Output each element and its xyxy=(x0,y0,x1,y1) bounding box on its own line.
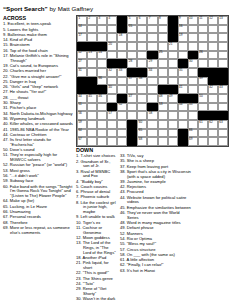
black-cell xyxy=(178,129,188,138)
black-cell xyxy=(178,59,188,68)
black-cell xyxy=(218,111,228,120)
grid-cell-r15c10[interactable] xyxy=(168,137,178,146)
cell-number: 34 xyxy=(149,69,152,72)
grid-cell-r10c3[interactable]: 46 xyxy=(97,94,107,103)
grid-cell-r15c3[interactable] xyxy=(97,137,107,146)
cell-number: 66 xyxy=(189,129,192,132)
grid-cell-r4c4[interactable]: 20 xyxy=(107,42,117,51)
grid-cell-r3c6[interactable] xyxy=(127,33,137,42)
grid-cell-r7c5[interactable]: 33 xyxy=(117,68,127,77)
grid-cell-r3c7[interactable] xyxy=(137,33,147,42)
grid-cell-r3c13[interactable] xyxy=(198,33,208,42)
grid-cell-r6c6[interactable]: 28 xyxy=(127,59,137,68)
cell-number: 68 xyxy=(139,138,142,141)
grid-cell-r8c10[interactable] xyxy=(168,77,178,86)
grid-cell-r8c5[interactable] xyxy=(117,77,127,86)
grid-cell-r14c5[interactable] xyxy=(117,129,127,138)
grid-cell-r2c7[interactable] xyxy=(137,25,147,34)
black-cell xyxy=(208,68,218,77)
cell-number: 18 xyxy=(119,34,122,37)
grid-cell-r1c8[interactable]: 7 xyxy=(147,16,157,25)
cell-number: 14 xyxy=(78,25,81,28)
grid-cell-r13c8[interactable] xyxy=(147,120,157,129)
grid-cell-r3c12[interactable] xyxy=(188,33,198,42)
grid-cell-r10c4[interactable] xyxy=(107,94,117,103)
grid-cell-r12c8[interactable]: 58 xyxy=(147,111,157,120)
grid-cell-r4c15[interactable] xyxy=(218,42,228,51)
cell-number: 36 xyxy=(99,77,102,80)
grid-cell-r15c13[interactable] xyxy=(198,137,208,146)
grid-cell-r6c3[interactable] xyxy=(97,59,107,68)
grid-cell-r5c9[interactable]: 25 xyxy=(158,51,168,60)
grid-cell-r5c13[interactable]: 26 xyxy=(198,51,208,60)
cell-number: 17 xyxy=(78,34,81,37)
across-clue-60: 60. Fake band with the songs "Tonight I'… xyxy=(3,185,73,199)
grid-cell-r4c12[interactable] xyxy=(188,42,198,51)
cell-number: 26 xyxy=(199,51,202,54)
grid-cell-r15c9[interactable] xyxy=(158,137,168,146)
cell-number: 12 xyxy=(209,17,212,20)
cell-number: 43 xyxy=(219,86,222,89)
grid-cell-r10c6[interactable]: 47 xyxy=(127,94,137,103)
black-cell xyxy=(188,51,198,60)
grid-cell-r14c2[interactable] xyxy=(87,129,97,138)
grid-cell-r1c1[interactable]: 1 xyxy=(77,16,87,25)
grid-cell-r12c1[interactable]: 56 xyxy=(77,111,87,120)
crossword-grid: 1234567891011121314151617181920212223242… xyxy=(76,15,229,147)
grid-cell-r1c2[interactable]: 2 xyxy=(87,16,97,25)
grid-cell-r1c14[interactable]: 12 xyxy=(208,16,218,25)
grid-cell-r5c15[interactable] xyxy=(218,51,228,60)
grid-cell-r13c13[interactable]: 61 xyxy=(198,120,208,129)
grid-cell-r11c1[interactable]: 51 xyxy=(77,103,87,112)
grid-cell-r12c5[interactable] xyxy=(117,111,127,120)
grid-cell-r7c11[interactable]: 35 xyxy=(178,68,188,77)
cell-number: 11 xyxy=(199,17,202,20)
cell-number: 67 xyxy=(78,138,81,141)
grid-cell-r8c8[interactable] xyxy=(147,77,157,86)
cell-number: 6 xyxy=(139,17,141,20)
black-cell xyxy=(218,68,228,77)
black-cell xyxy=(77,77,87,86)
cell-number: 45 xyxy=(88,95,91,98)
grid-cell-r2c8[interactable] xyxy=(147,25,157,34)
grid-cell-r10c1[interactable]: 44 xyxy=(77,94,87,103)
grid-cell-r12c6[interactable] xyxy=(127,111,137,120)
cell-number: 54 xyxy=(179,103,182,106)
cell-number: 48 xyxy=(159,95,162,98)
grid-cell-r15c8[interactable] xyxy=(147,137,157,146)
grid-cell-r6c7[interactable] xyxy=(137,59,147,68)
grid-cell-r6c1[interactable]: 27 xyxy=(77,59,87,68)
cell-number: 35 xyxy=(179,69,182,72)
cell-number: 31 xyxy=(78,69,81,72)
black-cell xyxy=(168,16,178,25)
grid-cell-r11c3[interactable] xyxy=(97,103,107,112)
cell-number: 1 xyxy=(78,17,80,20)
cell-number: 23 xyxy=(88,51,91,54)
grid-cell-r1c13[interactable]: 11 xyxy=(198,16,208,25)
grid-cell-r5c6[interactable] xyxy=(127,51,137,60)
down-clue-13: 13. The Lord of the Rings, in "The Lord … xyxy=(76,241,117,255)
grid-cell-r5c11[interactable] xyxy=(178,51,188,60)
black-cell xyxy=(87,77,97,86)
grid-cell-r14c9[interactable] xyxy=(158,129,168,138)
cell-number: 22 xyxy=(78,51,81,54)
grid-cell-r9c12[interactable] xyxy=(188,85,198,94)
grid-cell-r5c3[interactable]: 24 xyxy=(97,51,107,60)
grid-cell-r4c6[interactable] xyxy=(127,42,137,51)
grid-cell-r3c5[interactable]: 18 xyxy=(117,33,127,42)
grid-cell-r10c10[interactable]: 49 xyxy=(168,94,178,103)
grid-cell-r13c3[interactable] xyxy=(97,120,107,129)
grid-cell-r4c5[interactable] xyxy=(117,42,127,51)
grid-cell-r12c11[interactable] xyxy=(178,111,188,120)
black-cell xyxy=(77,42,87,51)
grid-cell-r8c13[interactable]: 39 xyxy=(198,77,208,86)
cell-number: 47 xyxy=(129,95,132,98)
grid-cell-r3c2[interactable] xyxy=(87,33,97,42)
grid-cell-r6c13[interactable] xyxy=(198,59,208,68)
down-clue-44: 44. Website known for political satire v… xyxy=(120,196,192,205)
puzzle-byline: by Matt Gaffney xyxy=(48,5,93,12)
cell-number: 19 xyxy=(179,34,182,37)
grid-cell-r9c8[interactable] xyxy=(147,85,157,94)
grid-cell-r13c5[interactable] xyxy=(117,120,127,129)
grid-cell-r15c1[interactable]: 67 xyxy=(77,137,87,146)
cell-number: 57 xyxy=(109,112,112,115)
cell-number: 20 xyxy=(109,43,112,46)
cell-number: 39 xyxy=(199,77,202,80)
grid-cell-r14c3[interactable] xyxy=(97,129,107,138)
grid-cell-r4c9[interactable] xyxy=(158,42,168,51)
cell-number: 69 xyxy=(189,138,192,141)
grid-cell-r1c7[interactable]: 6 xyxy=(137,16,147,25)
grid-cell-r9c11[interactable]: 41 xyxy=(178,85,188,94)
grid-cell-r2c3[interactable] xyxy=(97,25,107,34)
black-cell xyxy=(208,77,218,86)
grid-cell-r11c7[interactable] xyxy=(137,103,147,112)
cell-number: 38 xyxy=(139,77,142,80)
cell-number: 61 xyxy=(199,121,202,124)
cell-number: 52 xyxy=(119,103,122,106)
grid-cell-r7c9[interactable] xyxy=(158,68,168,77)
across-header: ACROSS xyxy=(3,16,73,21)
black-cell xyxy=(107,103,117,112)
across-clue-51: 51. They're especially high for MGWCC so… xyxy=(3,153,73,162)
black-cell xyxy=(198,111,208,120)
grid-cell-r11c15[interactable] xyxy=(218,103,228,112)
grid-cell-r13c14[interactable]: 62 xyxy=(208,120,218,129)
grid-cell-r15c2[interactable] xyxy=(87,137,97,146)
grid-cell-r10c7[interactable] xyxy=(137,94,147,103)
cell-number: 40 xyxy=(109,86,112,89)
grid-cell-r4c13[interactable] xyxy=(198,42,208,51)
cell-number: 49 xyxy=(169,95,172,98)
grid-cell-r5c1[interactable]: 22 xyxy=(77,51,87,60)
grid-cell-r11c10[interactable] xyxy=(168,103,178,112)
cell-number: 58 xyxy=(149,112,152,115)
grid-cell-r11c5[interactable]: 52 xyxy=(117,103,127,112)
grid-cell-r8c7[interactable]: 38 xyxy=(137,77,147,86)
grid-cell-r3c8[interactable] xyxy=(147,33,157,42)
grid-cell-r2c11[interactable]: 16 xyxy=(178,25,188,34)
grid-cell-r2c14[interactable] xyxy=(208,25,218,34)
grid-cell-r11c14[interactable] xyxy=(208,103,218,112)
grid-cell-r9c14[interactable]: 42 xyxy=(208,85,218,94)
grid-cell-r1c12[interactable]: 10 xyxy=(188,16,198,25)
grid-cell-r11c6[interactable] xyxy=(127,103,137,112)
grid-cell-r14c15[interactable] xyxy=(218,129,228,138)
grid-cell-r14c13[interactable] xyxy=(198,129,208,138)
grid-cell-r2c4[interactable] xyxy=(107,25,117,34)
grid-cell-r15c7[interactable]: 68 xyxy=(137,137,147,146)
grid-cell-r13c4[interactable] xyxy=(107,120,117,129)
grid-cell-r12c10[interactable] xyxy=(168,111,178,120)
grid-cell-r11c2[interactable] xyxy=(87,103,97,112)
cell-number: 13 xyxy=(219,17,222,20)
across-clue-47: 47. Its first letter stands for "Escheri… xyxy=(3,138,73,147)
black-cell xyxy=(117,16,127,25)
grid-cell-r2c1[interactable]: 14 xyxy=(77,25,87,34)
cell-number: 7 xyxy=(149,17,151,20)
grid-cell-r3c11[interactable]: 19 xyxy=(178,33,188,42)
grid-cell-r12c3[interactable] xyxy=(97,111,107,120)
grid-cell-r15c15[interactable] xyxy=(218,137,228,146)
grid-cell-r13c1[interactable]: 59 xyxy=(77,120,87,129)
grid-cell-r10c2[interactable]: 45 xyxy=(87,94,97,103)
black-cell xyxy=(208,111,218,120)
down-clue-list-1: DOWN 1. T-shirt size choices2. Grandson … xyxy=(76,148,117,300)
cell-number: 56 xyxy=(78,112,81,115)
down-clue-63: 63. It's hot in Hanoi xyxy=(120,269,192,274)
down-header: DOWN xyxy=(76,148,117,153)
black-cell xyxy=(117,94,127,103)
down-clue-2: 2. Grandson of Sr., son of Jr. xyxy=(76,160,117,169)
grid-cell-r15c5[interactable] xyxy=(117,137,127,146)
grid-cell-r9c6[interactable] xyxy=(127,85,137,94)
grid-cell-r5c2[interactable]: 23 xyxy=(87,51,97,60)
grid-cell-r10c9[interactable]: 48 xyxy=(158,94,168,103)
black-cell xyxy=(77,85,87,94)
black-cell xyxy=(87,85,97,94)
grid-cell-r1c3[interactable]: 3 xyxy=(97,16,107,25)
grid-cell-r2c15[interactable] xyxy=(218,25,228,34)
grid-cell-r8c9[interactable] xyxy=(158,77,168,86)
cell-number: 46 xyxy=(99,95,102,98)
grid-cell-r12c2[interactable] xyxy=(87,111,97,120)
grid-cell-r6c10[interactable] xyxy=(168,59,178,68)
grid-cell-r11c9[interactable]: 53 xyxy=(158,103,168,112)
cell-number: 28 xyxy=(129,60,132,63)
black-cell xyxy=(127,129,137,138)
grid-cell-r2c6[interactable]: 15 xyxy=(127,25,137,34)
grid-cell-r1c11[interactable]: 9 xyxy=(178,16,188,25)
grid-cell-r4c14[interactable] xyxy=(208,42,218,51)
grid-cell-r7c8[interactable]: 34 xyxy=(147,68,157,77)
grid-cell-r7c12[interactable] xyxy=(188,68,198,77)
grid-cell-r14c4[interactable] xyxy=(107,129,117,138)
grid-cell-r14c10[interactable] xyxy=(168,129,178,138)
grid-cell-r7c4[interactable]: 32 xyxy=(107,68,117,77)
grid-cell-r4c7[interactable] xyxy=(137,42,147,51)
down-clue-3: 3. Rival of MSNBC and Fox xyxy=(76,170,117,179)
cell-number: 51 xyxy=(78,103,81,106)
cell-number: 30 xyxy=(189,60,192,63)
down-clue-11: 11. Cochise or Geronimo xyxy=(76,226,117,235)
grid-cell-r9c5[interactable] xyxy=(117,85,127,94)
grid-cell-r14c7[interactable]: 65 xyxy=(137,129,147,138)
cell-number: 3 xyxy=(99,17,101,20)
cell-number: 53 xyxy=(159,103,162,106)
cell-number: 44 xyxy=(78,95,81,98)
grid-cell-r3c9[interactable] xyxy=(158,33,168,42)
black-cell xyxy=(127,137,137,146)
grid-cell-r8c4[interactable] xyxy=(107,77,117,86)
grid-cell-r9c4[interactable]: 40 xyxy=(107,85,117,94)
grid-cell-r6c8[interactable]: 29 xyxy=(147,59,157,68)
grid-cell-r3c15[interactable] xyxy=(218,33,228,42)
black-cell xyxy=(147,103,157,112)
grid-cell-r13c7[interactable]: 60 xyxy=(137,120,147,129)
grid-cell-r1c4[interactable]: 4 xyxy=(107,16,117,25)
grid-cell-r5c14[interactable] xyxy=(208,51,218,60)
cell-number: 59 xyxy=(78,121,81,124)
grid-cell-r5c4[interactable] xyxy=(107,51,117,60)
cell-number: 4 xyxy=(109,17,111,20)
grid-cell-r8c11[interactable] xyxy=(178,77,188,86)
grid-cell-r2c2[interactable] xyxy=(87,25,97,34)
grid-cell-r1c15[interactable]: 13 xyxy=(218,16,228,25)
grid-cell-r8c12[interactable] xyxy=(188,77,198,86)
grid-cell-r12c4[interactable]: 57 xyxy=(107,111,117,120)
grid-cell-r13c2[interactable] xyxy=(87,120,97,129)
grid-cell-r3c14[interactable] xyxy=(208,33,218,42)
grid-cell-r12c9[interactable] xyxy=(158,111,168,120)
grid-cell-r11c11[interactable]: 54 xyxy=(178,103,188,112)
grid-cell-r12c7[interactable] xyxy=(137,111,147,120)
grid-cell-r2c9[interactable] xyxy=(158,25,168,34)
grid-cell-r6c2[interactable] xyxy=(87,59,97,68)
down-clue-46: 46. They've never won the World Series xyxy=(120,211,192,220)
grid-cell-r2c13[interactable] xyxy=(198,25,208,34)
grid-cell-r14c1[interactable]: 64 xyxy=(77,129,87,138)
black-cell xyxy=(87,42,97,51)
puzzle-title: “Sport Search” by Matt Gaffney xyxy=(3,5,93,12)
grid-cell-r4c8[interactable] xyxy=(147,42,157,51)
grid-cell-r15c12[interactable]: 69 xyxy=(188,137,198,146)
grid-cell-r2c12[interactable] xyxy=(188,25,198,34)
grid-cell-r5c5[interactable] xyxy=(117,51,127,60)
down-clue-list-2: 33. TiVo, say35. She is a sheep37. Keep … xyxy=(120,154,192,274)
grid-cell-r13c11[interactable] xyxy=(178,120,188,129)
across-clue-17: 17. Melanie Griffith's role in "Shining … xyxy=(3,54,73,63)
black-cell xyxy=(97,85,107,94)
black-cell xyxy=(127,120,137,129)
grid-cell-r10c13[interactable]: 50 xyxy=(198,94,208,103)
cell-number: 65 xyxy=(139,129,142,132)
cell-number: 37 xyxy=(129,77,132,80)
grid-cell-r1c6[interactable]: 5 xyxy=(127,16,137,25)
grid-cell-r1c9[interactable]: 8 xyxy=(158,16,168,25)
cell-number: 27 xyxy=(78,60,81,63)
black-cell xyxy=(97,42,107,51)
grid-cell-r4c11[interactable] xyxy=(178,42,188,51)
cell-number: 55 xyxy=(189,103,192,106)
cell-number: 32 xyxy=(109,69,112,72)
cell-number: 33 xyxy=(119,69,122,72)
grid-cell-r6c15[interactable] xyxy=(218,59,228,68)
grid-cell-r13c9[interactable] xyxy=(158,120,168,129)
grid-cell-r9c7[interactable] xyxy=(137,85,147,94)
grid-cell-r10c8[interactable] xyxy=(147,94,157,103)
grid-cell-r14c14[interactable] xyxy=(208,129,218,138)
black-cell xyxy=(117,25,127,34)
cell-number: 9 xyxy=(179,17,181,20)
black-cell xyxy=(178,94,188,103)
cell-number: 16 xyxy=(179,25,182,28)
grid-cell-r4c10[interactable]: 21 xyxy=(168,42,178,51)
cell-number: 64 xyxy=(78,129,81,132)
grid-cell-r10c15[interactable] xyxy=(218,94,228,103)
black-cell xyxy=(188,94,198,103)
cell-number: 29 xyxy=(149,60,152,63)
grid-cell-r6c14[interactable] xyxy=(208,59,218,68)
grid-cell-r6c9[interactable] xyxy=(158,59,168,68)
black-cell xyxy=(168,33,178,42)
grid-cell-r13c10[interactable] xyxy=(168,120,178,129)
grid-cell-r12c12[interactable] xyxy=(188,111,198,120)
grid-cell-r9c15[interactable]: 43 xyxy=(218,85,228,94)
grid-cell-r5c7[interactable] xyxy=(137,51,147,60)
down-clue-38: 38. Sport that's also a city in Wisconsi… xyxy=(120,170,192,179)
cell-number: 42 xyxy=(209,86,212,89)
cell-number: 21 xyxy=(169,43,172,46)
black-cell xyxy=(168,85,178,94)
black-cell xyxy=(107,59,117,68)
black-cell xyxy=(117,59,127,68)
grid-cell-r11c12[interactable]: 55 xyxy=(188,103,198,112)
cell-number: 15 xyxy=(129,25,132,28)
grid-cell-r7c1[interactable]: 31 xyxy=(77,68,87,77)
down-clue-8: 8. Like the coolest girl in junior high,… xyxy=(76,201,117,215)
black-cell xyxy=(198,68,208,77)
cell-number: 24 xyxy=(99,51,102,54)
grid-cell-r5c10[interactable] xyxy=(168,51,178,60)
cell-number: 10 xyxy=(189,17,192,20)
grid-cell-r7c3[interactable] xyxy=(97,68,107,77)
grid-cell-r3c3[interactable] xyxy=(97,33,107,42)
grid-cell-r7c2[interactable] xyxy=(87,68,97,77)
grid-cell-r15c14[interactable] xyxy=(208,137,218,146)
grid-cell-r13c12[interactable] xyxy=(188,120,198,129)
grid-cell-r13c15[interactable]: 63 xyxy=(218,120,228,129)
grid-cell-r9c13[interactable] xyxy=(198,85,208,94)
grid-cell-r8c3[interactable]: 36 xyxy=(97,77,107,86)
grid-cell-r11c13[interactable] xyxy=(198,103,208,112)
black-cell xyxy=(168,25,178,34)
grid-cell-r3c1[interactable]: 17 xyxy=(77,33,87,42)
grid-cell-r15c4[interactable] xyxy=(107,137,117,146)
grid-cell-r8c6[interactable]: 37 xyxy=(127,77,137,86)
grid-cell-r10c14[interactable] xyxy=(208,94,218,103)
grid-cell-r14c8[interactable] xyxy=(147,129,157,138)
grid-cell-r6c12[interactable]: 30 xyxy=(188,59,198,68)
grid-cell-r3c4[interactable] xyxy=(107,33,117,42)
cell-number: 50 xyxy=(199,95,202,98)
grid-cell-r7c10[interactable] xyxy=(168,68,178,77)
grid-cell-r14c12[interactable]: 66 xyxy=(188,129,198,138)
